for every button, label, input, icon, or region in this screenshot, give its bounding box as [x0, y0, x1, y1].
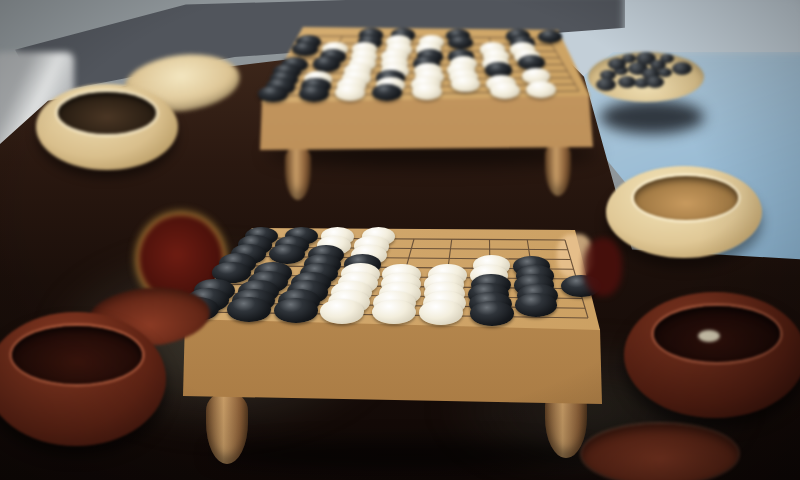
go-stone-white[interactable] [419, 300, 463, 325]
bowl-opening [12, 326, 142, 384]
go-stone-black[interactable] [227, 297, 271, 322]
go-stone-black[interactable] [515, 293, 558, 317]
go-stone-white[interactable] [372, 300, 416, 325]
go-stone-white[interactable] [320, 299, 364, 324]
dark-bowl-lid-bottom-right [582, 424, 738, 480]
white-stone-in-bowl [698, 330, 720, 342]
near-board-shadow [210, 440, 600, 470]
go-stone-black[interactable] [470, 301, 514, 326]
go-photo-scene [0, 0, 800, 480]
go-stone-black[interactable] [274, 298, 318, 323]
red-beads-right [584, 238, 622, 296]
dark-bowl-bottom-right [624, 292, 800, 418]
